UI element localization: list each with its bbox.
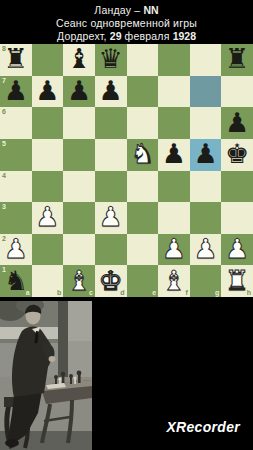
square-a3[interactable]: 3 <box>0 202 32 234</box>
square-d4[interactable] <box>95 171 127 203</box>
square-e1[interactable]: e <box>127 265 159 297</box>
square-b3[interactable]: ♟ <box>32 202 64 234</box>
square-e5[interactable]: ♞ <box>127 139 159 171</box>
square-e7[interactable] <box>127 76 159 108</box>
square-g7[interactable] <box>190 76 222 108</box>
square-e2[interactable] <box>127 234 159 266</box>
square-a5[interactable]: 5 <box>0 139 32 171</box>
square-f3[interactable] <box>158 202 190 234</box>
square-e3[interactable] <box>127 202 159 234</box>
rank-label-3: 3 <box>2 203 6 210</box>
header: Ландау – NN Сеанс одновременной игры Дор… <box>0 0 253 43</box>
square-b8[interactable] <box>32 44 64 76</box>
event-city: Дордрехт, <box>57 30 110 42</box>
game-title: Ландау – NN <box>0 4 253 17</box>
square-f8[interactable] <box>158 44 190 76</box>
game-event: Дордрехт, 29 февраля 1928 <box>0 30 253 43</box>
piece-white-pawn[interactable]: ♟ <box>4 235 28 262</box>
square-d5[interactable] <box>95 139 127 171</box>
square-c1[interactable]: c♝ <box>63 265 95 297</box>
piece-white-king[interactable]: ♚ <box>99 267 123 294</box>
square-g8[interactable] <box>190 44 222 76</box>
square-f1[interactable]: f♝ <box>158 265 190 297</box>
square-g4[interactable] <box>190 171 222 203</box>
square-h6[interactable]: ♟ <box>221 107 253 139</box>
player-photo-graphic <box>0 301 92 450</box>
square-d7[interactable]: ♟ <box>95 76 127 108</box>
square-a6[interactable]: 6 <box>0 107 32 139</box>
square-c4[interactable] <box>63 171 95 203</box>
square-g1[interactable]: g <box>190 265 222 297</box>
file-label-g: g <box>215 289 219 296</box>
square-f5[interactable]: ♟ <box>158 139 190 171</box>
square-d6[interactable] <box>95 107 127 139</box>
piece-white-bishop[interactable]: ♝ <box>67 267 91 294</box>
square-g3[interactable] <box>190 202 222 234</box>
event-day: 29 <box>110 30 122 42</box>
square-h5[interactable]: ♚ <box>221 139 253 171</box>
square-b7[interactable]: ♟ <box>32 76 64 108</box>
title-player-white: Ландау – <box>94 4 143 16</box>
event-year: 1928 <box>173 30 196 42</box>
square-h7[interactable] <box>221 76 253 108</box>
piece-black-rook[interactable]: ♜ <box>4 45 28 72</box>
square-g6[interactable] <box>190 107 222 139</box>
square-b5[interactable] <box>32 139 64 171</box>
xrecorder-watermark: XRecorder <box>166 419 240 435</box>
square-e4[interactable] <box>127 171 159 203</box>
title-player-black: NN <box>143 4 158 16</box>
piece-black-king[interactable]: ♚ <box>225 140 249 167</box>
rank-label-6: 6 <box>2 108 6 115</box>
square-a8[interactable]: 8♜ <box>0 44 32 76</box>
square-c5[interactable] <box>63 139 95 171</box>
piece-black-pawn[interactable]: ♟ <box>67 77 91 104</box>
screen: Ландау – NN Сеанс одновременной игры Дор… <box>0 0 253 450</box>
piece-black-knight[interactable]: ♞ <box>4 267 28 294</box>
piece-black-pawn[interactable]: ♟ <box>193 140 217 167</box>
square-d8[interactable]: ♛ <box>95 44 127 76</box>
square-e6[interactable] <box>127 107 159 139</box>
piece-white-pawn[interactable]: ♟ <box>162 235 186 262</box>
square-g5[interactable]: ♟ <box>190 139 222 171</box>
square-b6[interactable] <box>32 107 64 139</box>
piece-white-rook[interactable]: ♜ <box>225 267 249 294</box>
square-c7[interactable]: ♟ <box>63 76 95 108</box>
file-label-e: e <box>152 289 156 296</box>
square-b1[interactable]: b <box>32 265 64 297</box>
rank-label-4: 4 <box>2 172 6 179</box>
square-d2[interactable] <box>95 234 127 266</box>
piece-white-pawn[interactable]: ♟ <box>99 203 123 230</box>
square-d1[interactable]: d♚ <box>95 265 127 297</box>
square-h8[interactable]: ♜ <box>221 44 253 76</box>
piece-black-bishop[interactable]: ♝ <box>67 45 91 72</box>
square-c8[interactable]: ♝ <box>63 44 95 76</box>
square-f2[interactable]: ♟ <box>158 234 190 266</box>
square-d3[interactable]: ♟ <box>95 202 127 234</box>
square-h4[interactable] <box>221 171 253 203</box>
square-c3[interactable] <box>63 202 95 234</box>
square-a1[interactable]: 1a♞ <box>0 265 32 297</box>
player-photo <box>0 301 92 450</box>
piece-white-pawn[interactable]: ♟ <box>35 203 59 230</box>
game-subtitle: Сеанс одновременной игры <box>0 17 253 30</box>
piece-black-pawn[interactable]: ♟ <box>162 140 186 167</box>
square-h3[interactable] <box>221 202 253 234</box>
chess-board: 8♜♝♛♜7♟♟♟♟6♟5♞♟♟♚43♟♟2♟♟♟♟1a♞bc♝d♚ef♝gh♜ <box>0 44 253 297</box>
piece-white-knight[interactable]: ♞ <box>130 140 154 167</box>
piece-white-pawn[interactable]: ♟ <box>193 235 217 262</box>
square-f4[interactable] <box>158 171 190 203</box>
square-c2[interactable] <box>63 234 95 266</box>
event-month: февраля <box>122 30 173 42</box>
rank-label-5: 5 <box>2 140 6 147</box>
square-b4[interactable] <box>32 171 64 203</box>
piece-black-queen[interactable]: ♛ <box>99 45 123 72</box>
piece-black-rook[interactable]: ♜ <box>225 45 249 72</box>
piece-white-pawn[interactable]: ♟ <box>225 235 249 262</box>
piece-black-pawn[interactable]: ♟ <box>225 109 249 136</box>
square-c6[interactable] <box>63 107 95 139</box>
square-f7[interactable] <box>158 76 190 108</box>
file-label-b: b <box>57 289 61 296</box>
square-g2[interactable]: ♟ <box>190 234 222 266</box>
square-a7[interactable]: 7♟ <box>0 76 32 108</box>
square-f6[interactable] <box>158 107 190 139</box>
piece-black-pawn[interactable]: ♟ <box>4 77 28 104</box>
piece-black-pawn[interactable]: ♟ <box>35 77 59 104</box>
piece-black-pawn[interactable]: ♟ <box>99 77 123 104</box>
piece-white-bishop[interactable]: ♝ <box>162 267 186 294</box>
square-b2[interactable] <box>32 234 64 266</box>
square-h1[interactable]: h♜ <box>221 265 253 297</box>
square-a2[interactable]: 2♟ <box>0 234 32 266</box>
square-a4[interactable]: 4 <box>0 171 32 203</box>
square-h2[interactable]: ♟ <box>221 234 253 266</box>
square-e8[interactable] <box>127 44 159 76</box>
